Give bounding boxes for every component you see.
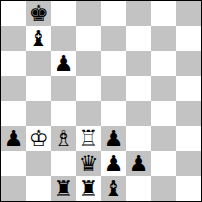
square-f7[interactable]	[126, 26, 151, 51]
square-d5[interactable]	[76, 76, 101, 101]
piece-white-king: ♔	[29, 126, 49, 151]
piece-black-pawn: ♟	[54, 51, 74, 76]
square-c5[interactable]	[51, 76, 76, 101]
square-h4[interactable]	[176, 101, 201, 126]
square-e1[interactable]: ♝	[101, 176, 126, 201]
square-h2[interactable]	[176, 151, 201, 176]
square-h6[interactable]	[176, 51, 201, 76]
square-f2[interactable]: ♟	[126, 151, 151, 176]
square-g6[interactable]	[151, 51, 176, 76]
square-h1[interactable]	[176, 176, 201, 201]
square-b6[interactable]	[26, 51, 51, 76]
square-g2[interactable]	[151, 151, 176, 176]
piece-white-rook: ♖	[79, 126, 99, 151]
square-e3[interactable]: ♟	[101, 126, 126, 151]
square-d6[interactable]	[76, 51, 101, 76]
square-c1[interactable]: ♜	[51, 176, 76, 201]
square-f6[interactable]	[126, 51, 151, 76]
square-b5[interactable]	[26, 76, 51, 101]
square-b8[interactable]: ♚	[26, 1, 51, 26]
piece-black-pawn: ♟	[104, 151, 124, 176]
square-b4[interactable]	[26, 101, 51, 126]
piece-black-pawn: ♟	[129, 151, 149, 176]
piece-black-rook: ♜	[79, 176, 99, 201]
square-a6[interactable]	[1, 51, 26, 76]
square-c2[interactable]	[51, 151, 76, 176]
piece-black-bishop: ♝	[29, 26, 49, 51]
square-d2[interactable]: ♛	[76, 151, 101, 176]
chess-board: ♚♝♟♟♔♗♖♟♛♟♟♜♜♝	[0, 0, 202, 202]
square-a5[interactable]	[1, 76, 26, 101]
piece-white-bishop: ♗	[54, 126, 74, 151]
square-g8[interactable]	[151, 1, 176, 26]
square-a7[interactable]	[1, 26, 26, 51]
square-e6[interactable]	[101, 51, 126, 76]
square-h7[interactable]	[176, 26, 201, 51]
square-g3[interactable]	[151, 126, 176, 151]
square-e4[interactable]	[101, 101, 126, 126]
square-a3[interactable]: ♟	[1, 126, 26, 151]
square-a2[interactable]	[1, 151, 26, 176]
square-a1[interactable]	[1, 176, 26, 201]
square-e7[interactable]	[101, 26, 126, 51]
square-f3[interactable]	[126, 126, 151, 151]
square-g4[interactable]	[151, 101, 176, 126]
square-h8[interactable]	[176, 1, 201, 26]
square-b1[interactable]	[26, 176, 51, 201]
piece-black-pawn: ♟	[104, 126, 124, 151]
square-h5[interactable]	[176, 76, 201, 101]
piece-black-pawn: ♟	[4, 126, 24, 151]
square-f1[interactable]	[126, 176, 151, 201]
square-c4[interactable]	[51, 101, 76, 126]
piece-black-queen: ♛	[79, 151, 99, 176]
square-b7[interactable]: ♝	[26, 26, 51, 51]
piece-black-king: ♚	[29, 1, 49, 26]
square-d8[interactable]	[76, 1, 101, 26]
square-f5[interactable]	[126, 76, 151, 101]
square-d4[interactable]	[76, 101, 101, 126]
square-h3[interactable]	[176, 126, 201, 151]
square-f8[interactable]	[126, 1, 151, 26]
square-e8[interactable]	[101, 1, 126, 26]
square-c6[interactable]: ♟	[51, 51, 76, 76]
piece-black-bishop: ♝	[104, 176, 124, 201]
square-d7[interactable]	[76, 26, 101, 51]
square-g1[interactable]	[151, 176, 176, 201]
square-e2[interactable]: ♟	[101, 151, 126, 176]
square-c7[interactable]	[51, 26, 76, 51]
piece-black-rook: ♜	[54, 176, 74, 201]
square-a4[interactable]	[1, 101, 26, 126]
square-a8[interactable]	[1, 1, 26, 26]
square-b3[interactable]: ♔	[26, 126, 51, 151]
square-d1[interactable]: ♜	[76, 176, 101, 201]
square-f4[interactable]	[126, 101, 151, 126]
square-g5[interactable]	[151, 76, 176, 101]
square-b2[interactable]	[26, 151, 51, 176]
square-g7[interactable]	[151, 26, 176, 51]
square-d3[interactable]: ♖	[76, 126, 101, 151]
square-c8[interactable]	[51, 1, 76, 26]
square-e5[interactable]	[101, 76, 126, 101]
square-c3[interactable]: ♗	[51, 126, 76, 151]
